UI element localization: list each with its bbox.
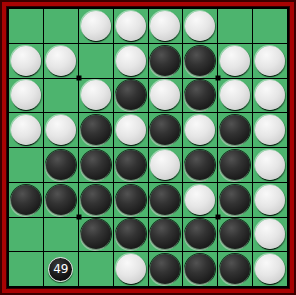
white-disc bbox=[116, 115, 146, 145]
cell-c8[interactable] bbox=[79, 252, 113, 286]
cell-h2[interactable] bbox=[253, 44, 287, 78]
cell-g3[interactable] bbox=[218, 79, 252, 113]
white-disc bbox=[46, 46, 76, 76]
last-move-number-disc: 49 bbox=[48, 257, 73, 282]
cell-a7[interactable] bbox=[9, 218, 43, 252]
black-disc bbox=[150, 185, 180, 215]
white-disc bbox=[255, 254, 285, 284]
black-disc bbox=[81, 150, 111, 180]
cell-e8[interactable] bbox=[149, 252, 183, 286]
white-disc bbox=[116, 254, 146, 284]
black-disc bbox=[220, 115, 250, 145]
cell-f8[interactable] bbox=[183, 252, 217, 286]
cell-g1[interactable] bbox=[218, 9, 252, 43]
white-disc bbox=[11, 115, 41, 145]
cell-g5[interactable] bbox=[218, 148, 252, 182]
black-disc bbox=[11, 185, 41, 215]
black-disc bbox=[220, 150, 250, 180]
black-disc bbox=[81, 185, 111, 215]
board-edge: 49 bbox=[7, 7, 289, 288]
cell-f7[interactable] bbox=[183, 218, 217, 252]
cell-f2[interactable] bbox=[183, 44, 217, 78]
white-disc bbox=[255, 80, 285, 110]
black-disc bbox=[220, 219, 250, 249]
white-disc bbox=[116, 11, 146, 41]
black-disc bbox=[46, 185, 76, 215]
cell-c5[interactable] bbox=[79, 148, 113, 182]
cell-h1[interactable] bbox=[253, 9, 287, 43]
cell-c6[interactable] bbox=[79, 183, 113, 217]
cell-e1[interactable] bbox=[149, 9, 183, 43]
white-disc bbox=[255, 185, 285, 215]
cell-a8[interactable] bbox=[9, 252, 43, 286]
cell-d1[interactable] bbox=[114, 9, 148, 43]
black-disc bbox=[116, 185, 146, 215]
cell-f3[interactable] bbox=[183, 79, 217, 113]
cell-a1[interactable] bbox=[9, 9, 43, 43]
black-disc bbox=[185, 46, 215, 76]
white-disc bbox=[81, 11, 111, 41]
black-disc bbox=[220, 185, 250, 215]
cell-f4[interactable] bbox=[183, 113, 217, 147]
star-point-icon bbox=[76, 214, 81, 219]
board-frame: 49 bbox=[2, 2, 294, 293]
cell-e4[interactable] bbox=[149, 113, 183, 147]
cell-b6[interactable] bbox=[44, 183, 78, 217]
white-disc bbox=[11, 80, 41, 110]
white-disc bbox=[46, 115, 76, 145]
cell-h4[interactable] bbox=[253, 113, 287, 147]
black-disc bbox=[116, 150, 146, 180]
black-disc bbox=[150, 219, 180, 249]
cell-e5[interactable] bbox=[149, 148, 183, 182]
black-disc bbox=[150, 254, 180, 284]
white-disc bbox=[255, 46, 285, 76]
black-disc bbox=[116, 219, 146, 249]
cell-c2[interactable] bbox=[79, 44, 113, 78]
white-disc bbox=[185, 11, 215, 41]
cell-b7[interactable] bbox=[44, 218, 78, 252]
cell-a4[interactable] bbox=[9, 113, 43, 147]
star-point-icon bbox=[215, 76, 220, 81]
cell-d7[interactable] bbox=[114, 218, 148, 252]
white-disc bbox=[220, 80, 250, 110]
cell-b3[interactable] bbox=[44, 79, 78, 113]
white-disc bbox=[255, 150, 285, 180]
white-disc bbox=[150, 11, 180, 41]
cell-b5[interactable] bbox=[44, 148, 78, 182]
board-frame-outer: 49 bbox=[0, 0, 296, 295]
black-disc bbox=[81, 115, 111, 145]
white-disc bbox=[255, 219, 285, 249]
cell-d4[interactable] bbox=[114, 113, 148, 147]
cell-d8[interactable] bbox=[114, 252, 148, 286]
board-frame-inner: 49 bbox=[6, 6, 290, 289]
cell-b2[interactable] bbox=[44, 44, 78, 78]
black-disc bbox=[185, 80, 215, 110]
cell-d2[interactable] bbox=[114, 44, 148, 78]
cell-b4[interactable] bbox=[44, 113, 78, 147]
black-disc bbox=[116, 80, 146, 110]
cell-f5[interactable] bbox=[183, 148, 217, 182]
cell-b1[interactable] bbox=[44, 9, 78, 43]
cell-a2[interactable] bbox=[9, 44, 43, 78]
cell-e3[interactable] bbox=[149, 79, 183, 113]
cell-d5[interactable] bbox=[114, 148, 148, 182]
cell-a6[interactable] bbox=[9, 183, 43, 217]
black-disc bbox=[185, 254, 215, 284]
star-point-icon bbox=[215, 214, 220, 219]
cell-e2[interactable] bbox=[149, 44, 183, 78]
cell-d3[interactable] bbox=[114, 79, 148, 113]
cell-c3[interactable] bbox=[79, 79, 113, 113]
white-disc bbox=[185, 115, 215, 145]
white-disc bbox=[150, 150, 180, 180]
cell-c7[interactable] bbox=[79, 218, 113, 252]
white-disc bbox=[220, 46, 250, 76]
cell-g8[interactable] bbox=[218, 252, 252, 286]
white-disc bbox=[81, 80, 111, 110]
white-disc bbox=[255, 115, 285, 145]
cell-b8[interactable]: 49 bbox=[44, 252, 78, 286]
cell-a3[interactable] bbox=[9, 79, 43, 113]
cell-f1[interactable] bbox=[183, 9, 217, 43]
cell-f6[interactable] bbox=[183, 183, 217, 217]
cell-g2[interactable] bbox=[218, 44, 252, 78]
star-point-icon bbox=[76, 76, 81, 81]
cell-h3[interactable] bbox=[253, 79, 287, 113]
black-disc bbox=[46, 150, 76, 180]
white-disc bbox=[11, 46, 41, 76]
cell-h5[interactable] bbox=[253, 148, 287, 182]
white-disc bbox=[116, 46, 146, 76]
cell-h6[interactable] bbox=[253, 183, 287, 217]
cell-h7[interactable] bbox=[253, 218, 287, 252]
cell-e6[interactable] bbox=[149, 183, 183, 217]
cell-h8[interactable] bbox=[253, 252, 287, 286]
cell-g7[interactable] bbox=[218, 218, 252, 252]
cell-c1[interactable] bbox=[79, 9, 113, 43]
cell-a5[interactable] bbox=[9, 148, 43, 182]
cell-g4[interactable] bbox=[218, 113, 252, 147]
cell-d6[interactable] bbox=[114, 183, 148, 217]
cell-c4[interactable] bbox=[79, 113, 113, 147]
black-disc bbox=[150, 115, 180, 145]
white-disc bbox=[150, 80, 180, 110]
black-disc bbox=[185, 150, 215, 180]
othello-board: 49 bbox=[9, 9, 287, 286]
cell-g6[interactable] bbox=[218, 183, 252, 217]
black-disc bbox=[150, 46, 180, 76]
black-disc bbox=[185, 219, 215, 249]
white-disc bbox=[185, 185, 215, 215]
black-disc bbox=[81, 219, 111, 249]
cell-e7[interactable] bbox=[149, 218, 183, 252]
black-disc bbox=[220, 254, 250, 284]
